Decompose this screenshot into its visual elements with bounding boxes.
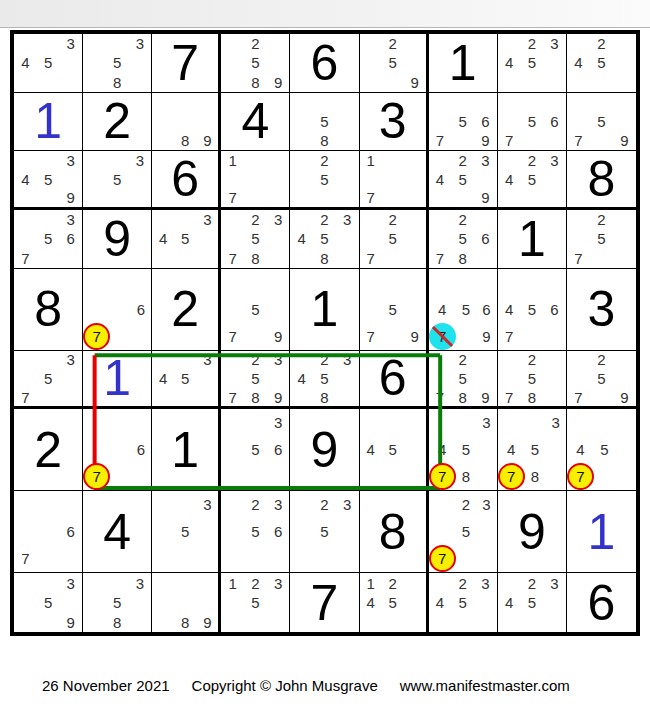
empty-candidate-slot <box>382 248 404 267</box>
candidate-digit: 4 <box>567 53 590 72</box>
empty-candidate-slot <box>360 34 382 53</box>
empty-candidate-slot <box>59 491 82 518</box>
cell-r5c4[interactable]: 579 <box>221 269 290 351</box>
cell-r7c9[interactable]: 457 <box>567 409 636 491</box>
empty-candidate-slot <box>152 112 174 131</box>
candidate-digit: 4 <box>429 296 456 323</box>
cell-r1c8[interactable]: 2345 <box>498 34 567 93</box>
candidate-digit: 9 <box>267 323 290 350</box>
cell-r6c1[interactable]: 357 <box>14 351 83 410</box>
cell-r9c7[interactable]: 2345 <box>429 573 498 632</box>
candidate-digit: 1 <box>221 151 244 170</box>
empty-candidate-slot <box>14 351 37 370</box>
empty-candidate-slot <box>14 518 37 545</box>
empty-candidate-slot <box>590 388 613 407</box>
candidate-digit: 9 <box>59 612 82 632</box>
candidate-digit: 3 <box>267 351 290 370</box>
cell-r5c3[interactable]: 2 <box>152 269 221 351</box>
cell-r4c3[interactable]: 345 <box>152 210 221 269</box>
empty-candidate-slot <box>110 323 131 350</box>
empty-candidate-slot <box>244 409 267 436</box>
cell-r5c1[interactable]: 8 <box>14 269 83 351</box>
given-digit: 1 <box>518 214 546 264</box>
empty-candidate-slot <box>543 72 566 91</box>
candidate-digit: 5 <box>451 593 474 613</box>
cell-r4c7[interactable]: 25678 <box>429 210 498 269</box>
candidate-digit: 3 <box>267 491 290 518</box>
cell-r8c9[interactable]: 1 <box>567 491 636 573</box>
cell-r1c5[interactable]: 6 <box>290 34 359 93</box>
empty-candidate-slot <box>267 545 290 572</box>
empty-candidate-slot <box>498 612 521 632</box>
cell-r5c5[interactable]: 1 <box>290 269 359 351</box>
cell-r4c1[interactable]: 3567 <box>14 210 83 269</box>
candidate-digit: 5 <box>382 436 404 463</box>
empty-candidate-slot <box>567 369 590 388</box>
empty-candidate-slot <box>451 131 474 150</box>
empty-candidate-slot <box>244 151 267 170</box>
cell-r2c9[interactable]: 579 <box>567 93 636 152</box>
candidate-digit: 8 <box>456 463 477 490</box>
empty-candidate-slot <box>221 229 244 248</box>
cell-r1c3[interactable]: 7 <box>152 34 221 93</box>
candidate-digit: 5 <box>244 518 267 545</box>
cell-r6c4[interactable]: 235789 <box>221 351 290 410</box>
empty-candidate-slot <box>221 593 244 613</box>
candidate-digit: 5 <box>313 112 336 131</box>
candidate-digit: 9 <box>613 388 636 407</box>
empty-candidate-slot <box>152 518 174 545</box>
cell-r8c6[interactable]: 8 <box>360 491 429 573</box>
empty-candidate-slot <box>590 93 613 112</box>
candidate-digit: 9 <box>474 188 497 207</box>
empty-candidate-slot <box>567 34 590 53</box>
candidate-digit: 7 <box>14 545 37 572</box>
candidate-digit: 7 <box>567 248 590 267</box>
candidate-digit: 5 <box>244 229 267 248</box>
cell-r4c6[interactable]: 257 <box>360 210 429 269</box>
candidate-digit: 7 <box>429 388 452 407</box>
empty-candidate-slot <box>543 593 566 613</box>
empty-candidate-slot <box>267 170 290 189</box>
cell-r9c4[interactable]: 1235 <box>221 573 290 632</box>
candidate-slot: 7 <box>498 463 525 490</box>
cell-r4c4[interactable]: 23578 <box>221 210 290 269</box>
cell-r8c8[interactable]: 9 <box>498 491 567 573</box>
cell-r2c7[interactable]: 5679 <box>429 93 498 152</box>
cell-r7c5[interactable]: 9 <box>290 409 359 491</box>
empty-candidate-slot <box>290 518 313 545</box>
empty-candidate-slot <box>83 409 110 436</box>
empty-candidate-slot <box>83 269 110 296</box>
empty-candidate-slot <box>37 518 60 545</box>
candidate-digit: 3 <box>336 491 359 518</box>
given-digit: 8 <box>588 154 616 204</box>
cell-r8c2[interactable]: 4 <box>83 491 152 573</box>
empty-candidate-slot <box>196 593 218 613</box>
candidate-digit: 8 <box>520 388 543 407</box>
cell-r3c1[interactable]: 3459 <box>14 151 83 210</box>
candidate-digit: 6 <box>59 518 82 545</box>
cell-r4c2[interactable]: 9 <box>83 210 152 269</box>
footer-site: www.manifestmaster.com <box>400 677 570 694</box>
empty-candidate-slot <box>37 248 60 267</box>
empty-candidate-slot <box>290 545 313 572</box>
candidate-digit: 7 <box>221 248 244 267</box>
empty-candidate-slot <box>429 93 452 112</box>
candidate-digit: 3 <box>196 351 218 370</box>
empty-candidate-slot <box>429 518 456 545</box>
empty-candidate-slot <box>152 593 174 613</box>
empty-candidate-slot <box>613 369 636 388</box>
empty-candidate-slot <box>110 269 131 296</box>
given-digit: 7 <box>311 578 339 628</box>
cell-r4c8[interactable]: 1 <box>498 210 567 269</box>
empty-candidate-slot <box>129 612 152 632</box>
cell-r7c4[interactable]: 356 <box>221 409 290 491</box>
empty-candidate-slot <box>221 436 244 463</box>
empty-candidate-slot <box>83 34 106 53</box>
cell-r3c2[interactable]: 35 <box>83 151 152 210</box>
given-digit: 4 <box>103 507 131 557</box>
cell-r7c8[interactable]: 34578 <box>498 409 567 491</box>
empty-candidate-slot <box>14 573 37 593</box>
cell-r2c8[interactable]: 567 <box>498 93 567 152</box>
empty-candidate-slot <box>196 388 218 407</box>
empty-candidate-slot <box>360 72 382 91</box>
candidate-digit: 3 <box>336 351 359 370</box>
candidate-digit: 5 <box>590 53 613 72</box>
candidate-digit: 5 <box>37 170 60 189</box>
empty-candidate-slot <box>37 34 60 53</box>
cell-r7c6[interactable]: 45 <box>360 409 429 491</box>
empty-candidate-slot <box>429 351 452 370</box>
empty-candidate-slot <box>615 409 636 436</box>
empty-candidate-slot <box>498 112 521 131</box>
empty-candidate-slot <box>404 593 426 613</box>
candidate-digit: 9 <box>267 388 290 407</box>
empty-candidate-slot <box>14 491 37 518</box>
footer-copyright: Copyright © John Musgrave <box>192 677 378 694</box>
cell-r6c6[interactable]: 6 <box>360 351 429 410</box>
cell-r3c3[interactable]: 6 <box>152 151 221 210</box>
empty-candidate-slot <box>267 229 290 248</box>
window-top-strip <box>0 0 650 28</box>
candidate-digit: 7 <box>14 248 37 267</box>
cell-r7c3[interactable]: 1 <box>152 409 221 491</box>
cell-r8c5[interactable]: 235 <box>290 491 359 573</box>
candidate-digit: 2 <box>590 351 613 370</box>
candidate-digit: 5 <box>37 53 60 72</box>
candidate-digit: 2 <box>244 34 267 53</box>
empty-candidate-slot <box>474 612 497 632</box>
cell-r2c3[interactable]: 89 <box>152 93 221 152</box>
candidate-digit: 2 <box>590 210 613 229</box>
empty-candidate-slot <box>106 573 129 593</box>
cell-r8c1[interactable]: 67 <box>14 491 83 573</box>
elimination-node: 7 <box>429 323 456 350</box>
given-digit: 7 <box>171 38 199 88</box>
candidate-digit: 5 <box>37 229 60 248</box>
empty-candidate-slot <box>174 112 196 131</box>
empty-candidate-slot <box>152 573 174 593</box>
candidate-digit: 8 <box>451 388 474 407</box>
empty-candidate-slot <box>313 188 336 207</box>
candidate-digit: 5 <box>590 112 613 131</box>
candidate-digit: 8 <box>244 72 267 91</box>
candidate-digit: 5 <box>456 518 477 545</box>
candidate-digit: 7 <box>498 388 521 407</box>
candidate-digit: 3 <box>59 210 82 229</box>
cell-r8c3[interactable]: 35 <box>152 491 221 573</box>
empty-candidate-slot <box>498 369 521 388</box>
cell-r6c2[interactable]: 1 <box>83 351 152 410</box>
cell-r9c3[interactable]: 89 <box>152 573 221 632</box>
candidate-digit: 4 <box>498 170 521 189</box>
empty-candidate-slot <box>152 545 174 572</box>
cell-r2c6[interactable]: 3 <box>360 93 429 152</box>
given-digit: 8 <box>34 284 62 334</box>
empty-candidate-slot <box>244 188 267 207</box>
empty-candidate-slot <box>498 188 521 207</box>
candidate-digit: 8 <box>106 612 129 632</box>
candidate-digit: 5 <box>313 518 336 545</box>
candidate-digit: 2 <box>313 210 336 229</box>
empty-candidate-slot <box>313 93 336 112</box>
empty-candidate-slot <box>244 269 267 296</box>
empty-candidate-slot <box>221 351 244 370</box>
candidate-digit: 2 <box>520 351 543 370</box>
candidate-digit: 3 <box>59 351 82 370</box>
empty-candidate-slot <box>83 151 106 170</box>
candidate-digit: 2 <box>590 34 613 53</box>
candidate-digit: 2 <box>244 491 267 518</box>
empty-candidate-slot <box>382 409 404 436</box>
candidate-digit: 5 <box>174 369 196 388</box>
empty-candidate-slot <box>429 491 456 518</box>
candidate-digit: 1 <box>360 151 382 170</box>
candidate-digit: 5 <box>106 170 129 189</box>
cell-r2c1[interactable]: 1 <box>14 93 83 152</box>
empty-candidate-slot <box>429 112 452 131</box>
candidate-digit: 7 <box>221 388 244 407</box>
candidate-digit: 5 <box>244 53 267 72</box>
empty-candidate-slot <box>360 170 382 189</box>
empty-candidate-slot <box>404 188 426 207</box>
cell-r9c9[interactable]: 6 <box>567 573 636 632</box>
given-digit: 6 <box>311 38 339 88</box>
candidate-digit: 4 <box>498 436 525 463</box>
cell-r4c9[interactable]: 257 <box>567 210 636 269</box>
candidate-digit: 5 <box>520 53 543 72</box>
empty-candidate-slot <box>615 463 636 490</box>
empty-candidate-slot <box>360 463 382 490</box>
candidate-digit: 4 <box>360 593 382 613</box>
cell-r6c3[interactable]: 345 <box>152 351 221 410</box>
cell-r2c2[interactable]: 2 <box>83 93 152 152</box>
candidate-digit: 4 <box>498 296 521 323</box>
cell-r6c5[interactable]: 23458 <box>290 351 359 410</box>
empty-candidate-slot <box>360 229 382 248</box>
candidate-digit: 3 <box>476 409 497 436</box>
candidate-digit: 7 <box>14 388 37 407</box>
candidate-digit: 5 <box>451 170 474 189</box>
empty-candidate-slot <box>360 409 382 436</box>
candidate-digit: 8 <box>106 72 129 91</box>
given-digit: 6 <box>588 578 616 628</box>
empty-candidate-slot <box>476 463 497 490</box>
cell-r9c5[interactable]: 7 <box>290 573 359 632</box>
empty-candidate-slot <box>110 463 131 490</box>
empty-candidate-slot <box>336 170 359 189</box>
empty-candidate-slot <box>267 369 290 388</box>
empty-candidate-slot <box>174 248 196 267</box>
cell-r7c1[interactable]: 2 <box>14 409 83 491</box>
candidate-digit: 7 <box>498 323 521 350</box>
empty-candidate-slot <box>382 463 404 490</box>
empty-candidate-slot <box>221 463 244 490</box>
cell-r2c4[interactable]: 4 <box>221 93 290 152</box>
cell-r9c8[interactable]: 2345 <box>498 573 567 632</box>
candidate-digit: 5 <box>520 593 543 613</box>
empty-candidate-slot <box>404 269 426 296</box>
candidate-digit: 3 <box>543 151 566 170</box>
cell-r8c7[interactable]: 2357 <box>429 491 498 573</box>
empty-candidate-slot <box>474 248 497 267</box>
cell-r5c6[interactable]: 579 <box>360 269 429 351</box>
candidate-digit: 3 <box>474 573 497 593</box>
empty-candidate-slot <box>221 170 244 189</box>
cell-r5c7[interactable]: 45679 <box>429 269 498 351</box>
empty-candidate-slot <box>37 573 60 593</box>
chain-node: 7 <box>429 463 456 490</box>
empty-candidate-slot <box>520 269 543 296</box>
empty-candidate-slot <box>14 229 37 248</box>
empty-candidate-slot <box>590 72 613 91</box>
cell-r3c9[interactable]: 8 <box>567 151 636 210</box>
candidate-digit: 2 <box>244 573 267 593</box>
cell-r4c5[interactable]: 23458 <box>290 210 359 269</box>
empty-candidate-slot <box>543 612 566 632</box>
empty-candidate-slot <box>404 229 426 248</box>
candidate-digit: 2 <box>382 210 404 229</box>
cell-r2c5[interactable]: 58 <box>290 93 359 152</box>
candidate-digit: 4 <box>498 53 521 72</box>
empty-candidate-slot <box>613 210 636 229</box>
empty-candidate-slot <box>474 351 497 370</box>
cell-r9c2[interactable]: 358 <box>83 573 152 632</box>
empty-candidate-slot <box>404 151 426 170</box>
empty-candidate-slot <box>83 72 106 91</box>
candidate-digit: 9 <box>474 388 497 407</box>
cell-r9c6[interactable]: 1245 <box>360 573 429 632</box>
empty-candidate-slot <box>290 491 313 518</box>
candidate-digit: 4 <box>498 593 521 613</box>
empty-candidate-slot <box>498 409 525 436</box>
candidate-digit: 2 <box>313 491 336 518</box>
cell-r6c7[interactable]: 25789 <box>429 351 498 410</box>
candidate-digit: 5 <box>313 170 336 189</box>
empty-candidate-slot <box>244 463 267 490</box>
empty-candidate-slot <box>520 612 543 632</box>
empty-candidate-slot <box>543 351 566 370</box>
cell-r8c4[interactable]: 2356 <box>221 491 290 573</box>
cell-r7c2[interactable]: 67 <box>83 409 152 491</box>
empty-candidate-slot <box>37 351 60 370</box>
empty-candidate-slot <box>590 131 613 150</box>
candidate-digit: 2 <box>313 351 336 370</box>
empty-candidate-slot <box>152 351 174 370</box>
cell-r1c2[interactable]: 358 <box>83 34 152 93</box>
empty-candidate-slot <box>567 112 590 131</box>
empty-candidate-slot <box>476 269 497 296</box>
empty-candidate-slot <box>221 72 244 91</box>
empty-candidate-slot <box>267 53 290 72</box>
given-digit: 3 <box>588 284 616 334</box>
cell-r6c8[interactable]: 2578 <box>498 351 567 410</box>
empty-candidate-slot <box>244 323 267 350</box>
cell-r5c2[interactable]: 67 <box>83 269 152 351</box>
cell-r1c9[interactable]: 245 <box>567 34 636 93</box>
candidate-digit: 6 <box>267 518 290 545</box>
empty-candidate-slot <box>336 151 359 170</box>
cell-r7c7[interactable]: 34578 <box>429 409 498 491</box>
cell-r6c9[interactable]: 2579 <box>567 351 636 410</box>
given-digit: 4 <box>241 96 269 146</box>
candidate-slot: 7 <box>567 463 594 490</box>
empty-candidate-slot <box>106 188 129 207</box>
candidate-digit: 2 <box>451 351 474 370</box>
candidate-digit: 2 <box>520 151 543 170</box>
candidate-digit: 6 <box>59 229 82 248</box>
cell-r1c1[interactable]: 345 <box>14 34 83 93</box>
empty-candidate-slot <box>267 463 290 490</box>
cell-r3c5[interactable]: 25 <box>290 151 359 210</box>
candidate-digit: 3 <box>267 573 290 593</box>
cell-r1c4[interactable]: 2589 <box>221 34 290 93</box>
empty-candidate-slot <box>174 491 196 518</box>
empty-candidate-slot <box>290 248 313 267</box>
cell-r1c6[interactable]: 259 <box>360 34 429 93</box>
empty-candidate-slot <box>543 269 566 296</box>
given-digit: 9 <box>518 507 546 557</box>
empty-candidate-slot <box>174 593 196 613</box>
cell-r3c7[interactable]: 23459 <box>429 151 498 210</box>
empty-candidate-slot <box>152 612 174 632</box>
empty-candidate-slot <box>404 573 426 593</box>
cell-r3c6[interactable]: 17 <box>360 151 429 210</box>
empty-candidate-slot <box>567 210 590 229</box>
empty-candidate-slot <box>613 53 636 72</box>
empty-candidate-slot <box>404 210 426 229</box>
cell-r3c4[interactable]: 17 <box>221 151 290 210</box>
cell-r3c8[interactable]: 2345 <box>498 151 567 210</box>
candidate-digit: 1 <box>221 573 244 593</box>
empty-candidate-slot <box>290 112 313 131</box>
cell-r5c8[interactable]: 4567 <box>498 269 567 351</box>
candidate-digit: 4 <box>429 170 452 189</box>
empty-candidate-slot <box>110 296 131 323</box>
candidate-digit: 5 <box>382 229 404 248</box>
cell-r1c7[interactable]: 1 <box>429 34 498 93</box>
cell-r5c9[interactable]: 3 <box>567 269 636 351</box>
empty-candidate-slot <box>590 248 613 267</box>
candidate-digit: 9 <box>404 72 426 91</box>
cell-r9c1[interactable]: 359 <box>14 573 83 632</box>
empty-candidate-slot <box>613 229 636 248</box>
candidate-digit: 5 <box>451 369 474 388</box>
empty-candidate-slot <box>451 188 474 207</box>
